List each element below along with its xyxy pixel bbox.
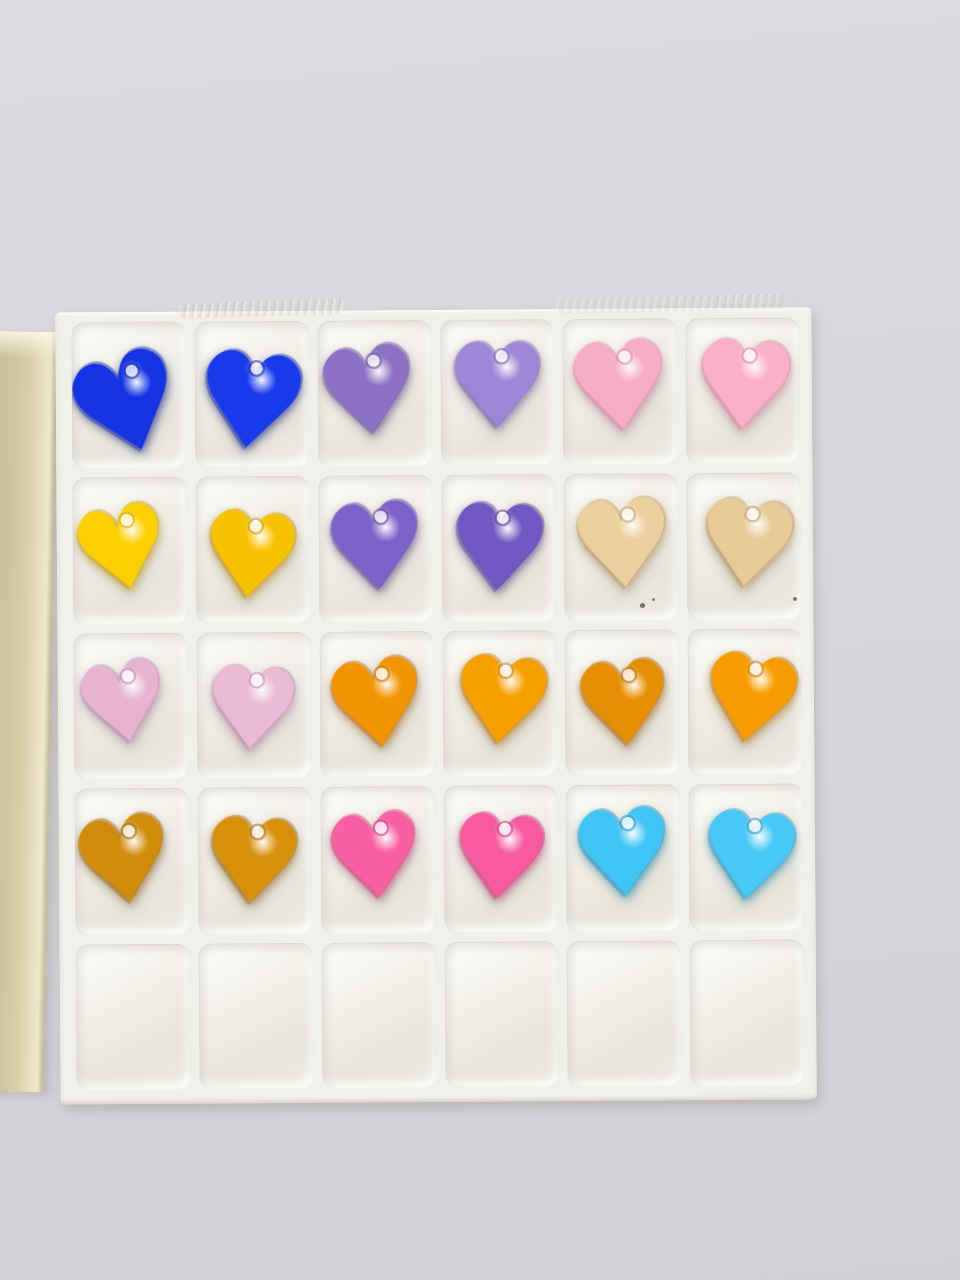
heart-dark-amber: ♥	[75, 788, 190, 935]
drill-hole	[622, 508, 634, 520]
drill-hole	[250, 363, 262, 375]
tray-cell-r1c6: ♥	[685, 317, 800, 464]
heart-rosaline-pink: ♥	[196, 632, 311, 779]
tray-cell-r1c4: ♥	[440, 319, 555, 466]
drill-hole	[252, 826, 264, 838]
heart-glyph: ♥	[198, 650, 305, 768]
heart-topaz-orange: ♥	[319, 631, 434, 778]
drill-hole	[497, 511, 509, 523]
heart-violet: ♥	[317, 320, 432, 467]
heart-glyph: ♥	[71, 324, 186, 469]
heart-glyph: ♥	[194, 331, 309, 468]
heart-glyph: ♥	[690, 634, 803, 766]
tray-cell-r2c1: ♥	[72, 477, 187, 624]
heart-glyph: ♥	[692, 793, 804, 921]
drill-hole	[374, 510, 386, 522]
heart-light-rose: ♥	[563, 318, 678, 465]
heart-glyph: ♥	[73, 642, 180, 766]
heart-glyph: ♥	[75, 796, 185, 927]
heart-rose-pink: ♥	[443, 785, 558, 932]
heart-glyph: ♥	[563, 323, 678, 453]
bead-tray: ♥♥♥♥♥♥♥♥♥♥♥♥♥♥♥♥♥♥♥♥♥♥♥♥	[55, 307, 817, 1104]
tray-cell-r5c2	[198, 942, 313, 1089]
tray-cell-r3c3: ♥	[319, 631, 434, 778]
tray-cell-r1c1: ♥	[71, 322, 186, 469]
drill-hole	[499, 823, 511, 835]
tray-cell-r4c1: ♥	[75, 788, 190, 935]
tray-cell-r5c6	[690, 939, 805, 1086]
heart-aquamarine: ♥	[566, 784, 681, 931]
heart-golden-champagne: ♥	[687, 473, 802, 620]
drill-hole	[622, 817, 634, 829]
drill-hole	[500, 665, 512, 677]
drill-hole	[375, 668, 387, 680]
heart-citrine-yellow: ♥	[195, 476, 310, 623]
heart-topaz-orange: ♥	[565, 629, 680, 776]
tray-cell-r3c6: ♥	[688, 628, 803, 775]
heart-cobalt-blue: ♥	[194, 321, 309, 468]
tray-grid: ♥♥♥♥♥♥♥♥♥♥♥♥♥♥♥♥♥♥♥♥♥♥♥♥	[71, 317, 804, 1090]
drill-hole	[374, 822, 386, 834]
drill-hole	[744, 350, 756, 362]
heart-glyph: ♥	[72, 483, 182, 614]
tray-cell-r2c4: ♥	[441, 475, 556, 622]
tray-cell-r1c5: ♥	[563, 318, 678, 465]
heart-dark-amber: ♥	[197, 787, 312, 934]
heart-topaz-orange: ♥	[442, 630, 557, 777]
drill-hole	[122, 670, 134, 682]
tray-cell-r5c5	[567, 940, 682, 1087]
tray-cell-r4c4: ♥	[443, 785, 558, 932]
tray-lid-card	[0, 331, 58, 1092]
heart-glyph: ♥	[565, 481, 679, 609]
drill-hole	[749, 820, 761, 832]
drill-hole	[126, 365, 138, 377]
heart-glyph: ♥	[568, 643, 680, 766]
tray-cell-r5c1	[76, 943, 191, 1090]
heart-glyph: ♥	[443, 638, 557, 766]
heart-light-rose: ♥	[685, 317, 800, 464]
heart-glyph: ♥	[690, 481, 802, 609]
drill-hole	[496, 351, 508, 363]
heart-glyph: ♥	[443, 487, 554, 610]
tray-cell-r4c3: ♥	[320, 786, 435, 933]
tray-cell-r5c3	[321, 942, 436, 1089]
drill-hole	[251, 674, 263, 686]
heart-glyph: ♥	[566, 791, 681, 917]
tray-cell-r1c3: ♥	[317, 320, 432, 467]
tray-cell-r5c4	[444, 941, 559, 1088]
drill-hole	[747, 508, 759, 520]
tray-cell-r2c3: ♥	[318, 475, 433, 622]
tray-lid-card-edge	[0, 331, 58, 358]
drill-hole	[619, 351, 631, 363]
heart-tanzanite: ♥	[441, 475, 556, 622]
heart-glyph: ♥	[319, 638, 434, 770]
tray-cell-r3c1: ♥	[73, 633, 188, 780]
heart-rose-pink: ♥	[320, 786, 435, 933]
dust-speck	[652, 598, 655, 601]
drill-hole	[367, 355, 379, 367]
heart-rosaline-pink: ♥	[73, 633, 188, 780]
tray-cell-r4c2: ♥	[197, 787, 312, 934]
drill-hole	[750, 663, 762, 675]
heart-citrine-yellow: ♥	[72, 477, 187, 624]
tray-cell-r1c2: ♥	[194, 321, 309, 468]
heart-golden-champagne: ♥	[564, 474, 679, 621]
heart-glyph: ♥	[320, 795, 433, 920]
heart-cobalt-blue: ♥	[71, 322, 186, 469]
tray-cell-r4c6: ♥	[689, 784, 804, 931]
drill-hole	[123, 825, 135, 837]
heart-glyph: ♥	[317, 326, 428, 457]
tray-cell-r3c5: ♥	[565, 629, 680, 776]
drill-hole	[121, 514, 133, 526]
heart-glyph: ♥	[445, 328, 550, 445]
heart-aquamarine: ♥	[689, 784, 804, 931]
tray-cell-r2c2: ♥	[195, 476, 310, 623]
tape-residue-mark	[177, 298, 345, 319]
tray-cell-r2c6: ♥	[687, 473, 802, 620]
heart-glyph: ♥	[195, 493, 308, 619]
heart-glyph: ♥	[687, 324, 800, 451]
dust-speck	[640, 603, 645, 608]
tray-cell-r3c2: ♥	[196, 632, 311, 779]
heart-glyph: ♥	[318, 483, 433, 610]
photo-scene: ♥♥♥♥♥♥♥♥♥♥♥♥♥♥♥♥♥♥♥♥♥♥♥♥	[0, 0, 960, 1280]
tape-residue-mark	[555, 294, 785, 315]
drill-hole	[623, 669, 635, 681]
heart-topaz-orange: ♥	[688, 628, 803, 775]
heart-light-violet: ♥	[440, 319, 555, 466]
heart-glyph: ♥	[445, 798, 556, 920]
drill-hole	[249, 520, 261, 532]
heart-tanzanite: ♥	[318, 475, 433, 622]
tray-cell-r2c5: ♥	[564, 474, 679, 621]
tray-cell-r4c5: ♥	[566, 784, 681, 931]
tray-cell-r3c4: ♥	[442, 630, 557, 777]
heart-glyph: ♥	[197, 802, 308, 924]
dust-speck	[793, 597, 797, 601]
